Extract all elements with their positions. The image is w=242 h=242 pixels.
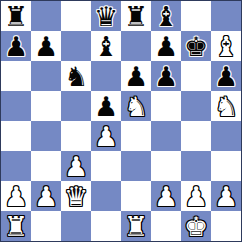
- piece-black-pawn: ♟: [94, 93, 118, 120]
- chess-board: ♜♛♜♝♟♟♝♟♚♝♞♟♟♟♟♞♞♟♟♟♟♛♟♟♟♜♜♚: [0, 0, 242, 242]
- square-h3[interactable]: [211, 151, 241, 181]
- square-h6[interactable]: ♟: [211, 61, 241, 91]
- square-h8[interactable]: [211, 1, 241, 31]
- square-c7[interactable]: [61, 31, 91, 61]
- square-e2[interactable]: [121, 181, 151, 211]
- square-g4[interactable]: [181, 121, 211, 151]
- square-c8[interactable]: [61, 1, 91, 31]
- square-b3[interactable]: [31, 151, 61, 181]
- piece-black-king: ♚: [184, 33, 208, 60]
- square-h4[interactable]: [211, 121, 241, 151]
- square-f8[interactable]: ♝: [151, 1, 181, 31]
- square-b4[interactable]: [31, 121, 61, 151]
- square-d5[interactable]: ♟: [91, 91, 121, 121]
- square-b1[interactable]: [31, 211, 61, 241]
- square-d7[interactable]: ♝: [91, 31, 121, 61]
- piece-black-bishop: ♝: [154, 3, 178, 30]
- piece-white-pawn: ♟: [64, 153, 88, 180]
- piece-white-pawn: ♟: [34, 183, 58, 210]
- piece-black-pawn: ♟: [214, 63, 238, 90]
- piece-black-pawn: ♟: [154, 63, 178, 90]
- square-b8[interactable]: [31, 1, 61, 31]
- square-c4[interactable]: [61, 121, 91, 151]
- square-b7[interactable]: ♟: [31, 31, 61, 61]
- square-b2[interactable]: ♟: [31, 181, 61, 211]
- square-e4[interactable]: [121, 121, 151, 151]
- piece-white-pawn: ♟: [4, 183, 28, 210]
- square-a4[interactable]: [1, 121, 31, 151]
- square-f6[interactable]: ♟: [151, 61, 181, 91]
- square-a2[interactable]: ♟: [1, 181, 31, 211]
- piece-white-pawn: ♟: [214, 183, 238, 210]
- square-a3[interactable]: [1, 151, 31, 181]
- square-g7[interactable]: ♚: [181, 31, 211, 61]
- square-c3[interactable]: ♟: [61, 151, 91, 181]
- piece-black-pawn: ♟: [154, 33, 178, 60]
- square-a8[interactable]: ♜: [1, 1, 31, 31]
- square-e7[interactable]: [121, 31, 151, 61]
- square-c1[interactable]: [61, 211, 91, 241]
- square-f2[interactable]: ♟: [151, 181, 181, 211]
- square-g3[interactable]: [181, 151, 211, 181]
- square-g8[interactable]: [181, 1, 211, 31]
- piece-black-rook: ♜: [4, 3, 28, 30]
- square-d4[interactable]: ♟: [91, 121, 121, 151]
- square-g1[interactable]: ♚: [181, 211, 211, 241]
- square-f1[interactable]: [151, 211, 181, 241]
- square-h1[interactable]: [211, 211, 241, 241]
- square-e5[interactable]: ♞: [121, 91, 151, 121]
- square-d6[interactable]: [91, 61, 121, 91]
- piece-black-pawn: ♟: [4, 33, 28, 60]
- square-a6[interactable]: [1, 61, 31, 91]
- square-c6[interactable]: ♞: [61, 61, 91, 91]
- square-d1[interactable]: [91, 211, 121, 241]
- piece-white-bishop: ♝: [214, 33, 238, 60]
- piece-white-rook: ♜: [124, 213, 148, 240]
- square-a5[interactable]: [1, 91, 31, 121]
- square-c2[interactable]: ♛: [61, 181, 91, 211]
- square-h5[interactable]: ♞: [211, 91, 241, 121]
- square-h7[interactable]: ♝: [211, 31, 241, 61]
- piece-white-rook: ♜: [4, 213, 28, 240]
- square-f4[interactable]: [151, 121, 181, 151]
- square-g6[interactable]: [181, 61, 211, 91]
- piece-white-pawn: ♟: [94, 123, 118, 150]
- piece-white-pawn: ♟: [184, 183, 208, 210]
- piece-black-pawn: ♟: [124, 63, 148, 90]
- square-a7[interactable]: ♟: [1, 31, 31, 61]
- square-d3[interactable]: [91, 151, 121, 181]
- piece-black-knight: ♞: [64, 63, 88, 90]
- piece-white-knight: ♞: [124, 93, 148, 120]
- square-a1[interactable]: ♜: [1, 211, 31, 241]
- square-d2[interactable]: [91, 181, 121, 211]
- square-e1[interactable]: ♜: [121, 211, 151, 241]
- square-g5[interactable]: [181, 91, 211, 121]
- square-g2[interactable]: ♟: [181, 181, 211, 211]
- square-e8[interactable]: ♜: [121, 1, 151, 31]
- square-e6[interactable]: ♟: [121, 61, 151, 91]
- square-d8[interactable]: ♛: [91, 1, 121, 31]
- piece-black-bishop: ♝: [94, 33, 118, 60]
- piece-white-queen: ♛: [64, 183, 88, 210]
- piece-black-queen: ♛: [94, 3, 118, 30]
- square-e3[interactable]: [121, 151, 151, 181]
- piece-black-rook: ♜: [124, 3, 148, 30]
- square-b5[interactable]: [31, 91, 61, 121]
- square-f3[interactable]: [151, 151, 181, 181]
- square-c5[interactable]: [61, 91, 91, 121]
- piece-white-pawn: ♟: [154, 183, 178, 210]
- piece-white-knight: ♞: [214, 93, 238, 120]
- square-h2[interactable]: ♟: [211, 181, 241, 211]
- piece-white-king: ♚: [184, 213, 208, 240]
- square-f5[interactable]: [151, 91, 181, 121]
- square-b6[interactable]: [31, 61, 61, 91]
- piece-black-pawn: ♟: [34, 33, 58, 60]
- square-f7[interactable]: ♟: [151, 31, 181, 61]
